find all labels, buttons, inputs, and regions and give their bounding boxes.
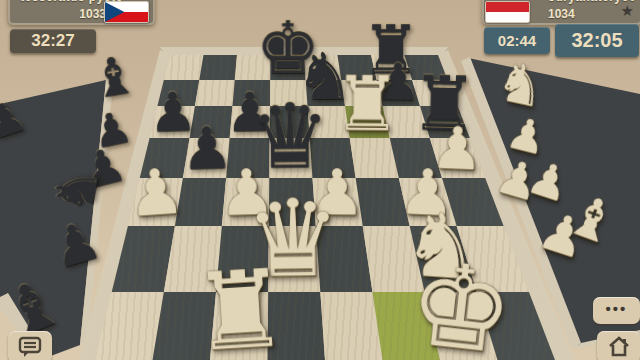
- clock-right: 32:05: [555, 24, 639, 57]
- piece-white-P-a4[interactable]: ♟: [126, 160, 187, 227]
- player-rating-right: 1034: [548, 7, 575, 21]
- captured-black-bishop: ♝: [87, 47, 142, 106]
- more-dots-icon: •••: [606, 301, 628, 320]
- chat-bubble-icon: [18, 336, 42, 358]
- board-scene: ♜♚♟♞♟♟♜♜♟♛♟♟♟♟♟♞♛♜♚♟♝♟♟♞♟♝♞♟♟♟♝♟: [0, 0, 640, 360]
- flag-czech-republic-icon: [104, 1, 149, 23]
- move-timer: 02:44: [484, 27, 550, 54]
- piece-white-R-c2[interactable]: ♜: [189, 256, 291, 360]
- more-options-button[interactable]: •••: [593, 297, 640, 324]
- flag-indonesia-icon: [485, 1, 530, 23]
- clock-left: 32:27: [10, 29, 96, 53]
- piece-white-K-g2[interactable]: ♚: [403, 245, 519, 360]
- game-screen: ♜♚♟♞♟♟♜♜♟♛♟♟♟♟♟♞♛♜♚♟♝♟♟♞♟♝♞♟♟♟♝♟ tessera…: [0, 0, 640, 360]
- home-icon: [607, 335, 631, 359]
- player-rating-left: 1033: [79, 7, 106, 21]
- piece-white-R-f6[interactable]: ♜: [333, 66, 401, 142]
- star-icon: ★: [621, 3, 634, 18]
- chat-button[interactable]: [8, 331, 52, 360]
- home-button[interactable]: [597, 331, 640, 360]
